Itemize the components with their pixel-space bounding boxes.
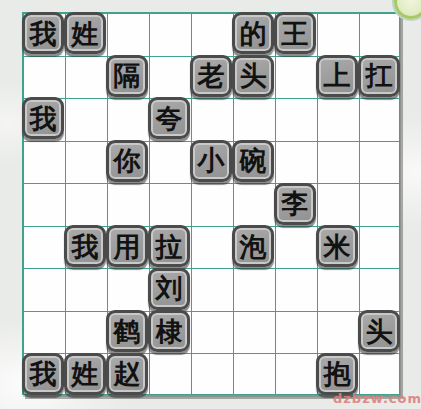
character-tile-用[interactable]: 用: [106, 225, 148, 267]
character-tile-老[interactable]: 老: [190, 55, 232, 97]
character-tile-我[interactable]: 我: [22, 12, 64, 54]
character-tile-头[interactable]: 头: [358, 310, 400, 352]
character-tile-夸[interactable]: 夸: [148, 97, 190, 139]
character-tile-泡[interactable]: 泡: [232, 225, 274, 267]
character-tile-扛[interactable]: 扛: [358, 55, 400, 97]
character-tile-我[interactable]: 我: [22, 353, 64, 395]
character-tile-我[interactable]: 我: [64, 225, 106, 267]
character-tile-米[interactable]: 米: [316, 225, 358, 267]
character-tile-你[interactable]: 你: [106, 140, 148, 182]
character-tile-赵[interactable]: 赵: [106, 353, 148, 395]
watermark: dzbzw.com: [333, 391, 421, 406]
character-tile-头[interactable]: 头: [232, 55, 274, 97]
character-tile-碗[interactable]: 碗: [232, 140, 274, 182]
character-tile-抱[interactable]: 抱: [316, 353, 358, 395]
character-tile-上[interactable]: 上: [316, 55, 358, 97]
character-tile-小[interactable]: 小: [190, 140, 232, 182]
character-tile-我[interactable]: 我: [22, 97, 64, 139]
character-tile-王[interactable]: 王: [274, 12, 316, 54]
puzzle-stage: 我姓的王隔老头上扛我夸你小碗李我用拉泡米刘鹤棣头我姓赵抱 dzbzw.com: [0, 0, 421, 409]
character-tile-拉[interactable]: 拉: [148, 225, 190, 267]
character-tile-刘[interactable]: 刘: [148, 268, 190, 310]
character-tile-棣[interactable]: 棣: [148, 310, 190, 352]
character-tile-姓[interactable]: 姓: [64, 353, 106, 395]
character-tile-的[interactable]: 的: [232, 12, 274, 54]
character-tile-姓[interactable]: 姓: [64, 12, 106, 54]
puzzle-board-grid: 我姓的王隔老头上扛我夸你小碗李我用拉泡米刘鹤棣头我姓赵抱: [22, 12, 400, 395]
character-tile-鹤[interactable]: 鹤: [106, 310, 148, 352]
character-tile-李[interactable]: 李: [274, 183, 316, 225]
character-tile-隔[interactable]: 隔: [106, 55, 148, 97]
